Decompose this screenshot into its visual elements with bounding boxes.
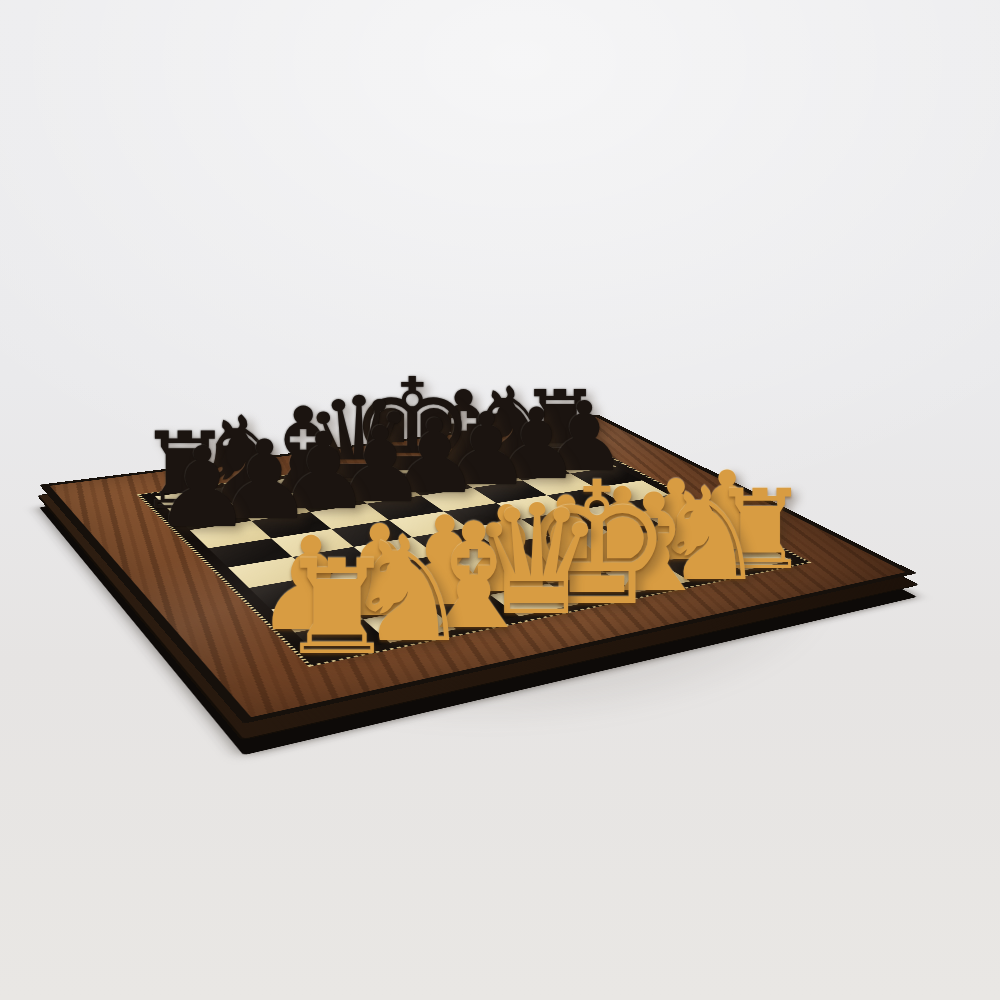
studio-backdrop: ♜♞♝♛♚♝♞♜♟♟♟♟♟♟♟♟♟♟♟♟♟♟♟♟♜♞♝♛♚♝♞♜ [0,0,1000,1000]
piece-white-rook-a1[interactable]: ♜ [278,542,395,673]
pieces-layer: ♜♞♝♛♚♝♞♜♟♟♟♟♟♟♟♟♟♟♟♟♟♟♟♟♜♞♝♛♚♝♞♜ [0,0,1000,1000]
piece-black-pawn-a7[interactable]: ♟ [153,433,253,544]
